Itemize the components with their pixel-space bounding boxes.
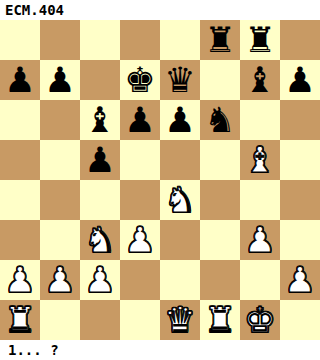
- square-g6[interactable]: [240, 100, 280, 140]
- square-g2[interactable]: [240, 260, 280, 300]
- square-g3[interactable]: ♟: [240, 220, 280, 260]
- square-b8[interactable]: [40, 20, 80, 60]
- piece-white-queen[interactable]: ♛: [160, 300, 200, 340]
- square-c7[interactable]: [80, 60, 120, 100]
- piece-black-rook[interactable]: ♜: [240, 20, 280, 60]
- square-b3[interactable]: [40, 220, 80, 260]
- square-b5[interactable]: [40, 140, 80, 180]
- piece-black-knight[interactable]: ♞: [200, 100, 240, 140]
- square-h8[interactable]: [280, 20, 320, 60]
- square-b1[interactable]: [40, 300, 80, 340]
- square-h5[interactable]: [280, 140, 320, 180]
- piece-black-pawn[interactable]: ♟: [120, 100, 160, 140]
- square-a6[interactable]: [0, 100, 40, 140]
- square-a7[interactable]: ♟: [0, 60, 40, 100]
- square-e1[interactable]: ♛: [160, 300, 200, 340]
- square-c2[interactable]: ♟: [80, 260, 120, 300]
- square-f5[interactable]: [200, 140, 240, 180]
- piece-white-knight[interactable]: ♞: [160, 180, 200, 220]
- piece-white-bishop[interactable]: ♝: [240, 140, 280, 180]
- square-d4[interactable]: [120, 180, 160, 220]
- chess-board: ♜♜♟♟♚♛♝♟♝♟♟♞♟♝♞♞♟♟♟♟♟♟♜♛♜♚: [0, 20, 320, 340]
- square-e4[interactable]: ♞: [160, 180, 200, 220]
- square-g5[interactable]: ♝: [240, 140, 280, 180]
- piece-black-king[interactable]: ♚: [120, 60, 160, 100]
- square-c3[interactable]: ♞: [80, 220, 120, 260]
- piece-white-pawn[interactable]: ♟: [40, 260, 80, 300]
- square-c5[interactable]: ♟: [80, 140, 120, 180]
- piece-black-pawn[interactable]: ♟: [0, 60, 40, 100]
- piece-black-queen[interactable]: ♛: [160, 60, 200, 100]
- square-f7[interactable]: [200, 60, 240, 100]
- square-h4[interactable]: [280, 180, 320, 220]
- square-g8[interactable]: ♜: [240, 20, 280, 60]
- square-h6[interactable]: [280, 100, 320, 140]
- square-d8[interactable]: [120, 20, 160, 60]
- piece-white-pawn[interactable]: ♟: [120, 220, 160, 260]
- square-g4[interactable]: [240, 180, 280, 220]
- square-f2[interactable]: [200, 260, 240, 300]
- square-d5[interactable]: [120, 140, 160, 180]
- square-g7[interactable]: ♝: [240, 60, 280, 100]
- square-e3[interactable]: [160, 220, 200, 260]
- square-f6[interactable]: ♞: [200, 100, 240, 140]
- piece-white-pawn[interactable]: ♟: [280, 260, 320, 300]
- square-a1[interactable]: ♜: [0, 300, 40, 340]
- square-f3[interactable]: [200, 220, 240, 260]
- square-d2[interactable]: [120, 260, 160, 300]
- square-b2[interactable]: ♟: [40, 260, 80, 300]
- square-a2[interactable]: ♟: [0, 260, 40, 300]
- square-c8[interactable]: [80, 20, 120, 60]
- piece-white-pawn[interactable]: ♟: [240, 220, 280, 260]
- piece-black-pawn[interactable]: ♟: [40, 60, 80, 100]
- square-h3[interactable]: [280, 220, 320, 260]
- piece-black-pawn[interactable]: ♟: [280, 60, 320, 100]
- piece-white-king[interactable]: ♚: [240, 300, 280, 340]
- square-d7[interactable]: ♚: [120, 60, 160, 100]
- square-a5[interactable]: [0, 140, 40, 180]
- square-c6[interactable]: ♝: [80, 100, 120, 140]
- piece-white-knight[interactable]: ♞: [80, 220, 120, 260]
- square-e5[interactable]: [160, 140, 200, 180]
- square-g1[interactable]: ♚: [240, 300, 280, 340]
- square-c1[interactable]: [80, 300, 120, 340]
- square-a8[interactable]: [0, 20, 40, 60]
- piece-black-pawn[interactable]: ♟: [160, 100, 200, 140]
- piece-white-rook[interactable]: ♜: [200, 300, 240, 340]
- move-prompt: 1... ?: [0, 340, 320, 360]
- square-h7[interactable]: ♟: [280, 60, 320, 100]
- square-e6[interactable]: ♟: [160, 100, 200, 140]
- square-f8[interactable]: ♜: [200, 20, 240, 60]
- square-d6[interactable]: ♟: [120, 100, 160, 140]
- square-h2[interactable]: ♟: [280, 260, 320, 300]
- square-b4[interactable]: [40, 180, 80, 220]
- square-b6[interactable]: [40, 100, 80, 140]
- square-f1[interactable]: ♜: [200, 300, 240, 340]
- piece-black-bishop[interactable]: ♝: [240, 60, 280, 100]
- square-e8[interactable]: [160, 20, 200, 60]
- square-e7[interactable]: ♛: [160, 60, 200, 100]
- square-a3[interactable]: [0, 220, 40, 260]
- square-e2[interactable]: [160, 260, 200, 300]
- square-h1[interactable]: [280, 300, 320, 340]
- square-d3[interactable]: ♟: [120, 220, 160, 260]
- piece-white-pawn[interactable]: ♟: [0, 260, 40, 300]
- square-f4[interactable]: [200, 180, 240, 220]
- square-b7[interactable]: ♟: [40, 60, 80, 100]
- square-d1[interactable]: [120, 300, 160, 340]
- problem-title: ECM.404: [0, 0, 320, 20]
- square-a4[interactable]: [0, 180, 40, 220]
- piece-black-rook[interactable]: ♜: [200, 20, 240, 60]
- piece-black-bishop[interactable]: ♝: [80, 100, 120, 140]
- piece-white-pawn[interactable]: ♟: [80, 260, 120, 300]
- piece-white-rook[interactable]: ♜: [0, 300, 40, 340]
- piece-black-pawn[interactable]: ♟: [80, 140, 120, 180]
- square-c4[interactable]: [80, 180, 120, 220]
